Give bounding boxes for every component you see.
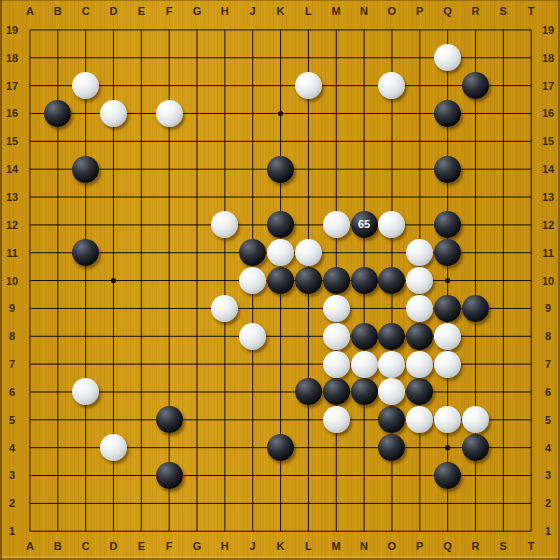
point-Q16 (434, 100, 462, 128)
black-stone-L6 (295, 378, 322, 405)
point-O5 (378, 406, 406, 434)
black-stone-F5 (156, 406, 183, 433)
point-J11 (239, 239, 267, 267)
point-O7 (378, 350, 406, 378)
point-P7 (406, 350, 434, 378)
white-stone-D16 (100, 100, 127, 127)
stones-layer: 65 (16, 16, 546, 546)
point-J8 (239, 322, 267, 350)
black-stone-Q3 (434, 462, 461, 489)
point-Q14 (434, 155, 462, 183)
black-stone-J11 (239, 239, 266, 266)
black-stone-Q12 (434, 211, 461, 238)
point-H9 (211, 294, 239, 322)
black-stone-P6 (406, 378, 433, 405)
point-M8 (322, 322, 350, 350)
point-F16 (155, 100, 183, 128)
black-stone-P8 (406, 323, 433, 350)
point-O10 (378, 267, 406, 295)
black-stone-F3 (156, 462, 183, 489)
point-Q7 (434, 350, 462, 378)
point-K14 (267, 155, 295, 183)
white-stone-P11 (406, 239, 433, 266)
point-M5 (322, 406, 350, 434)
black-stone-O8 (378, 323, 405, 350)
point-L17 (294, 72, 322, 100)
point-R4 (462, 434, 490, 462)
white-stone-Q8 (434, 323, 461, 350)
point-P8 (406, 322, 434, 350)
point-Q18 (434, 44, 462, 72)
point-B16 (44, 100, 72, 128)
point-C17 (72, 72, 100, 100)
point-Q8 (434, 322, 462, 350)
black-stone-C14 (72, 156, 99, 183)
black-stone-C11 (72, 239, 99, 266)
point-F5 (155, 406, 183, 434)
point-Q11 (434, 239, 462, 267)
point-O12 (378, 211, 406, 239)
point-C11 (72, 239, 100, 267)
point-L6 (294, 378, 322, 406)
point-M7 (322, 350, 350, 378)
white-stone-R5 (462, 406, 489, 433)
white-stone-O17 (378, 72, 405, 99)
point-N6 (350, 378, 378, 406)
point-P10 (406, 267, 434, 295)
point-H12 (211, 211, 239, 239)
white-stone-J10 (239, 267, 266, 294)
white-stone-O12 (378, 211, 405, 238)
point-Q9 (434, 294, 462, 322)
black-stone-Q14 (434, 156, 461, 183)
point-P5 (406, 406, 434, 434)
point-K12 (267, 211, 295, 239)
go-board[interactable]: 65 (16, 16, 546, 546)
point-O17 (378, 72, 406, 100)
point-K10 (267, 267, 295, 295)
black-stone-O4 (378, 434, 405, 461)
black-stone-Q9 (434, 295, 461, 322)
point-Q5 (434, 406, 462, 434)
point-M6 (322, 378, 350, 406)
white-stone-K11 (267, 239, 294, 266)
white-stone-Q18 (434, 44, 461, 71)
white-stone-M9 (323, 295, 350, 322)
white-stone-H9 (211, 295, 238, 322)
point-F3 (155, 462, 183, 490)
point-D16 (100, 100, 128, 128)
black-stone-B16 (44, 100, 71, 127)
point-N10 (350, 267, 378, 295)
white-stone-Q5 (434, 406, 461, 433)
white-stone-C6 (72, 378, 99, 405)
white-stone-O7 (378, 351, 405, 378)
point-K4 (267, 434, 295, 462)
black-stone-N6 (351, 378, 378, 405)
white-stone-P10 (406, 267, 433, 294)
point-Q3 (434, 462, 462, 490)
black-stone-K12 (267, 211, 294, 238)
point-O4 (378, 434, 406, 462)
point-L11 (294, 239, 322, 267)
white-stone-C17 (72, 72, 99, 99)
point-C6 (72, 378, 100, 406)
white-stone-N7 (351, 351, 378, 378)
black-stone-R4 (462, 434, 489, 461)
white-stone-O6 (378, 378, 405, 405)
white-stone-L17 (295, 72, 322, 99)
black-stone-N8 (351, 323, 378, 350)
point-M12 (322, 211, 350, 239)
point-N12: 65 (350, 211, 378, 239)
black-stone-K14 (267, 156, 294, 183)
white-stone-P7 (406, 351, 433, 378)
point-P6 (406, 378, 434, 406)
point-K11 (267, 239, 295, 267)
white-stone-D4 (100, 434, 127, 461)
point-L10 (294, 267, 322, 295)
white-stone-H12 (211, 211, 238, 238)
point-P9 (406, 294, 434, 322)
point-J10 (239, 267, 267, 295)
black-stone-L10 (295, 267, 322, 294)
white-stone-M8 (323, 323, 350, 350)
black-stone-O10 (378, 267, 405, 294)
point-R9 (462, 294, 490, 322)
black-stone-K10 (267, 267, 294, 294)
white-stone-M12 (323, 211, 350, 238)
white-stone-M5 (323, 406, 350, 433)
black-stone-R9 (462, 295, 489, 322)
point-D4 (100, 434, 128, 462)
black-stone-Q11 (434, 239, 461, 266)
black-stone-M10 (323, 267, 350, 294)
point-N8 (350, 322, 378, 350)
point-M9 (322, 294, 350, 322)
point-R17 (462, 72, 490, 100)
point-M10 (322, 267, 350, 295)
white-stone-P5 (406, 406, 433, 433)
white-stone-P9 (406, 295, 433, 322)
black-stone-N10 (351, 267, 378, 294)
black-stone-O5 (378, 406, 405, 433)
black-stone-K4 (267, 434, 294, 461)
point-P11 (406, 239, 434, 267)
move-number-label: 65 (358, 219, 370, 230)
white-stone-M7 (323, 351, 350, 378)
white-stone-Q7 (434, 351, 461, 378)
go-board-screenshot: ABCDEFGHJKLMNOPQRST ABCDEFGHJKLMNOPQRST … (0, 0, 560, 560)
black-stone-R17 (462, 72, 489, 99)
point-O6 (378, 378, 406, 406)
black-stone-N12: 65 (351, 211, 378, 238)
black-stone-Q16 (434, 100, 461, 127)
point-O8 (378, 322, 406, 350)
point-N7 (350, 350, 378, 378)
black-stone-M6 (323, 378, 350, 405)
point-C14 (72, 155, 100, 183)
white-stone-F16 (156, 100, 183, 127)
white-stone-J8 (239, 323, 266, 350)
white-stone-L11 (295, 239, 322, 266)
point-Q12 (434, 211, 462, 239)
point-R5 (462, 406, 490, 434)
